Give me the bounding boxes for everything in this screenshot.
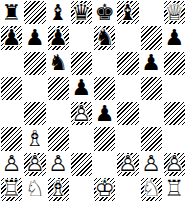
- square-a8[interactable]: ♜: [0, 0, 23, 25]
- black-bishop[interactable]: ♝: [47, 0, 70, 25]
- square-e6[interactable]: [93, 51, 116, 76]
- square-b5[interactable]: [23, 76, 46, 101]
- white-king[interactable]: ♚♔: [93, 177, 116, 202]
- square-e2[interactable]: [93, 152, 116, 177]
- square-e7[interactable]: ♞: [93, 25, 116, 50]
- piece-glyph-fill: ♚: [93, 0, 116, 25]
- piece-glyph-outline: ♔: [93, 177, 116, 202]
- piece-glyph-outline: ♙: [116, 152, 139, 177]
- square-c5[interactable]: [47, 76, 70, 101]
- square-a1[interactable]: ♜♖: [0, 177, 23, 202]
- piece-glyph-fill: ♜: [0, 0, 23, 25]
- square-f5[interactable]: [116, 76, 139, 101]
- white-pawn[interactable]: ♟♙: [47, 152, 70, 177]
- white-rook[interactable]: ♜♖: [0, 177, 23, 202]
- square-d5[interactable]: ♟: [70, 76, 93, 101]
- square-a6[interactable]: [0, 51, 23, 76]
- piece-glyph-outline: ♙: [0, 152, 23, 177]
- square-g7[interactable]: [140, 25, 163, 50]
- square-e5[interactable]: [93, 76, 116, 101]
- square-g3[interactable]: [140, 126, 163, 151]
- piece-glyph-outline: ♙: [47, 152, 70, 177]
- square-g8[interactable]: [140, 0, 163, 25]
- square-a2[interactable]: ♟♙: [0, 152, 23, 177]
- square-e4[interactable]: ♟: [93, 101, 116, 126]
- white-pawn[interactable]: ♟♙: [140, 152, 163, 177]
- square-e1[interactable]: ♚♔: [93, 177, 116, 202]
- piece-glyph-outline: ♗: [47, 177, 70, 202]
- square-f6[interactable]: [116, 51, 139, 76]
- white-knight[interactable]: ♞♘: [23, 177, 46, 202]
- black-knight[interactable]: ♞: [93, 25, 116, 50]
- square-b7[interactable]: ♟: [23, 25, 46, 50]
- piece-glyph-fill: ♟: [47, 25, 70, 50]
- square-e3[interactable]: [93, 126, 116, 151]
- square-c6[interactable]: ♞: [47, 51, 70, 76]
- square-b8[interactable]: [23, 0, 46, 25]
- square-b3[interactable]: ♝♗: [23, 126, 46, 151]
- square-c4[interactable]: [47, 101, 70, 126]
- black-pawn[interactable]: ♟: [0, 25, 23, 50]
- black-pawn[interactable]: ♟: [70, 76, 93, 101]
- white-bishop[interactable]: ♝♗: [47, 177, 70, 202]
- piece-glyph-fill: ♟: [70, 76, 93, 101]
- square-d1[interactable]: [70, 177, 93, 202]
- square-h2[interactable]: ♟♙: [163, 152, 186, 177]
- square-d8[interactable]: ♛: [70, 0, 93, 25]
- black-pawn[interactable]: ♟: [163, 25, 186, 50]
- square-g1[interactable]: ♞♘: [140, 177, 163, 202]
- black-king[interactable]: ♚: [93, 0, 116, 25]
- black-pawn[interactable]: ♟: [93, 101, 116, 126]
- black-pawn[interactable]: ♟: [23, 25, 46, 50]
- white-pawn[interactable]: ♟♙: [23, 152, 46, 177]
- piece-glyph-outline: ♖: [0, 177, 23, 202]
- black-pawn[interactable]: ♟: [47, 25, 70, 50]
- square-h5[interactable]: [163, 76, 186, 101]
- piece-glyph-fill: ♟: [23, 25, 46, 50]
- square-h4[interactable]: [163, 101, 186, 126]
- square-b4[interactable]: [23, 101, 46, 126]
- square-f4[interactable]: [116, 101, 139, 126]
- white-knight[interactable]: ♞♘: [140, 177, 163, 202]
- white-bishop[interactable]: ♝♗: [23, 126, 46, 151]
- square-h3[interactable]: [163, 126, 186, 151]
- square-c8[interactable]: ♝: [47, 0, 70, 25]
- square-b1[interactable]: ♞♘: [23, 177, 46, 202]
- piece-glyph-outline: ♖: [163, 177, 186, 202]
- square-a7[interactable]: ♟: [0, 25, 23, 50]
- square-g6[interactable]: ♟: [140, 51, 163, 76]
- piece-glyph-outline: ♙: [70, 101, 93, 126]
- square-c3[interactable]: [47, 126, 70, 151]
- square-f7[interactable]: [116, 25, 139, 50]
- square-h6[interactable]: [163, 51, 186, 76]
- piece-glyph-fill: ♟: [163, 25, 186, 50]
- square-b6[interactable]: [23, 51, 46, 76]
- piece-glyph-fill: ♞: [93, 25, 116, 50]
- white-rook[interactable]: ♜♖: [163, 177, 186, 202]
- piece-glyph-outline: ♘: [140, 177, 163, 202]
- square-g5[interactable]: [140, 76, 163, 101]
- square-c1[interactable]: ♝♗: [47, 177, 70, 202]
- piece-glyph-fill: ♟: [93, 101, 116, 126]
- white-pawn[interactable]: ♟♙: [70, 101, 93, 126]
- piece-glyph-fill: ♝: [47, 0, 70, 25]
- square-g4[interactable]: [140, 101, 163, 126]
- piece-glyph-outline: ♙: [140, 152, 163, 177]
- piece-glyph-outline: ♕: [163, 0, 186, 25]
- square-e8[interactable]: ♚: [93, 0, 116, 25]
- square-d2[interactable]: [70, 152, 93, 177]
- square-f2[interactable]: ♟♙: [116, 152, 139, 177]
- chess-board: ♜♝♛♚♝♛♕♟♟♟♞♟♞♟♟♟♙♟♝♗♟♙♟♙♟♙♟♙♟♙♟♙♜♖♞♘♝♗♚♔…: [0, 0, 186, 202]
- square-a4[interactable]: [0, 101, 23, 126]
- square-a3[interactable]: [0, 126, 23, 151]
- piece-glyph-outline: ♙: [23, 152, 46, 177]
- piece-glyph-fill: ♟: [0, 25, 23, 50]
- piece-glyph-fill: ♛: [70, 0, 93, 25]
- square-c7[interactable]: ♟: [47, 25, 70, 50]
- square-c2[interactable]: ♟♙: [47, 152, 70, 177]
- square-f1[interactable]: [116, 177, 139, 202]
- square-d7[interactable]: [70, 25, 93, 50]
- square-f3[interactable]: [116, 126, 139, 151]
- square-d6[interactable]: [70, 51, 93, 76]
- piece-glyph-fill: ♝: [116, 0, 139, 25]
- piece-glyph-fill: ♞: [47, 51, 70, 76]
- white-pawn[interactable]: ♟♙: [163, 152, 186, 177]
- white-pawn[interactable]: ♟♙: [0, 152, 23, 177]
- square-a5[interactable]: [0, 76, 23, 101]
- square-b2[interactable]: ♟♙: [23, 152, 46, 177]
- black-knight[interactable]: ♞: [47, 51, 70, 76]
- piece-glyph-outline: ♙: [163, 152, 186, 177]
- piece-glyph-fill: ♟: [140, 51, 163, 76]
- square-h1[interactable]: ♜♖: [163, 177, 186, 202]
- square-g2[interactable]: ♟♙: [140, 152, 163, 177]
- square-h7[interactable]: ♟: [163, 25, 186, 50]
- black-rook[interactable]: ♜: [0, 0, 23, 25]
- black-queen[interactable]: ♛: [70, 0, 93, 25]
- square-d3[interactable]: [70, 126, 93, 151]
- white-pawn[interactable]: ♟♙: [116, 152, 139, 177]
- black-bishop[interactable]: ♝: [116, 0, 139, 25]
- square-f8[interactable]: ♝: [116, 0, 139, 25]
- piece-glyph-outline: ♗: [23, 126, 46, 151]
- square-h8[interactable]: ♛♕: [163, 0, 186, 25]
- piece-glyph-outline: ♘: [23, 177, 46, 202]
- white-queen[interactable]: ♛♕: [163, 0, 186, 25]
- black-pawn[interactable]: ♟: [140, 51, 163, 76]
- square-d4[interactable]: ♟♙: [70, 101, 93, 126]
